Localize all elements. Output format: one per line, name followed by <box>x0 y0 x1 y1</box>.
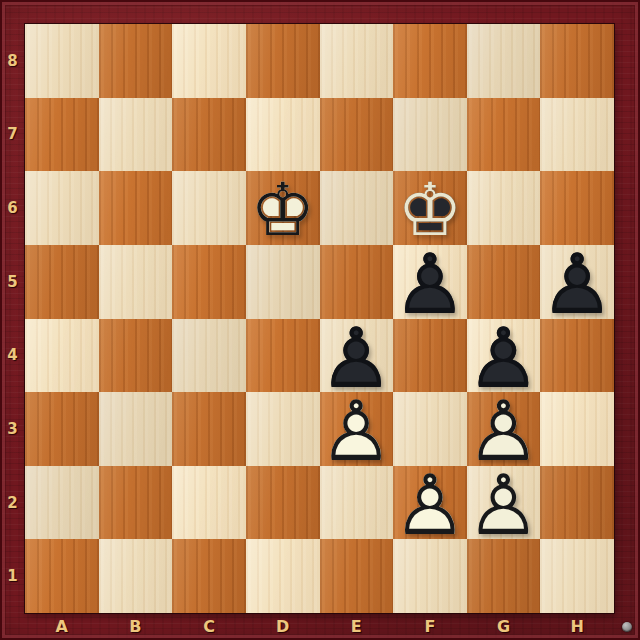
square-c2[interactable] <box>172 466 246 540</box>
square-d8[interactable] <box>246 24 320 98</box>
black-pawn-g4[interactable]: ♟♙ <box>467 319 541 393</box>
square-a3[interactable] <box>25 392 99 466</box>
square-b6[interactable] <box>99 171 173 245</box>
square-f1[interactable] <box>393 539 467 613</box>
square-c8[interactable] <box>172 24 246 98</box>
piece-glyph-fill: ♟ <box>467 395 541 469</box>
rank-label-5: 5 <box>0 245 25 319</box>
square-h3[interactable] <box>540 392 614 466</box>
square-f5[interactable]: ♟♙ <box>393 245 467 319</box>
square-c1[interactable] <box>172 539 246 613</box>
black-king-f6[interactable]: ♚♔ <box>393 171 467 245</box>
square-g3[interactable]: ♟♙ <box>467 392 541 466</box>
square-e6[interactable] <box>320 171 394 245</box>
piece-glyph-outline: ♔ <box>393 172 467 246</box>
square-g6[interactable] <box>467 171 541 245</box>
square-a6[interactable] <box>25 171 99 245</box>
rank-label-6: 6 <box>0 171 25 245</box>
square-g7[interactable] <box>467 98 541 172</box>
square-d1[interactable] <box>246 539 320 613</box>
square-a4[interactable] <box>25 319 99 393</box>
square-f7[interactable] <box>393 98 467 172</box>
square-g4[interactable]: ♟♙ <box>467 319 541 393</box>
black-pawn-f5[interactable]: ♟♙ <box>393 245 467 319</box>
square-a5[interactable] <box>25 245 99 319</box>
square-g8[interactable] <box>467 24 541 98</box>
white-pawn-g2[interactable]: ♟♙ <box>467 466 541 540</box>
chess-board: ♚♔♚♔♟♙♟♙♟♙♟♙♟♙♟♙♟♙♟♙ <box>25 24 614 613</box>
square-b8[interactable] <box>99 24 173 98</box>
square-e2[interactable] <box>320 466 394 540</box>
rank-label-3: 3 <box>0 392 25 466</box>
square-e8[interactable] <box>320 24 394 98</box>
piece-glyph-outline: ♙ <box>467 469 541 543</box>
square-e4[interactable]: ♟♙ <box>320 319 394 393</box>
square-c7[interactable] <box>172 98 246 172</box>
square-d3[interactable] <box>246 392 320 466</box>
piece-glyph-outline: ♙ <box>320 322 394 396</box>
square-b7[interactable] <box>99 98 173 172</box>
file-label-h: H <box>540 617 614 636</box>
square-h6[interactable] <box>540 171 614 245</box>
piece-glyph-fill: ♟ <box>540 248 614 322</box>
square-h5[interactable]: ♟♙ <box>540 245 614 319</box>
square-b3[interactable] <box>99 392 173 466</box>
file-label-g: G <box>467 617 541 636</box>
square-a2[interactable] <box>25 466 99 540</box>
square-f8[interactable] <box>393 24 467 98</box>
white-pawn-e3[interactable]: ♟♙ <box>320 392 394 466</box>
piece-glyph-fill: ♟ <box>393 469 467 543</box>
piece-glyph-outline: ♙ <box>467 322 541 396</box>
piece-glyph-fill: ♚ <box>246 172 320 246</box>
piece-glyph-outline: ♙ <box>540 248 614 322</box>
file-label-c: C <box>172 617 246 636</box>
rank-label-4: 4 <box>0 319 25 393</box>
square-b5[interactable] <box>99 245 173 319</box>
file-label-d: D <box>246 617 320 636</box>
piece-glyph-fill: ♟ <box>467 469 541 543</box>
white-king-d6[interactable]: ♚♔ <box>246 171 320 245</box>
piece-glyph-outline: ♙ <box>393 469 467 543</box>
square-h4[interactable] <box>540 319 614 393</box>
piece-glyph-fill: ♟ <box>393 248 467 322</box>
square-a8[interactable] <box>25 24 99 98</box>
square-d4[interactable] <box>246 319 320 393</box>
board-frame: ♚♔♚♔♟♙♟♙♟♙♟♙♟♙♟♙♟♙♟♙ 87654321 ABCDEFGH <box>0 0 640 640</box>
square-g5[interactable] <box>467 245 541 319</box>
square-f4[interactable] <box>393 319 467 393</box>
piece-glyph-outline: ♙ <box>320 395 394 469</box>
rank-label-7: 7 <box>0 98 25 172</box>
square-e3[interactable]: ♟♙ <box>320 392 394 466</box>
square-a7[interactable] <box>25 98 99 172</box>
black-pawn-h5[interactable]: ♟♙ <box>540 245 614 319</box>
square-h2[interactable] <box>540 466 614 540</box>
square-d5[interactable] <box>246 245 320 319</box>
rank-label-1: 1 <box>0 539 25 613</box>
rank-label-8: 8 <box>0 24 25 98</box>
square-c4[interactable] <box>172 319 246 393</box>
square-c3[interactable] <box>172 392 246 466</box>
square-g1[interactable] <box>467 539 541 613</box>
square-f3[interactable] <box>393 392 467 466</box>
square-h1[interactable] <box>540 539 614 613</box>
rank-labels: 87654321 <box>0 24 25 613</box>
file-label-f: F <box>393 617 467 636</box>
square-e5[interactable] <box>320 245 394 319</box>
piece-glyph-outline: ♔ <box>246 172 320 246</box>
piece-glyph-outline: ♙ <box>467 395 541 469</box>
square-b4[interactable] <box>99 319 173 393</box>
square-g2[interactable]: ♟♙ <box>467 466 541 540</box>
square-d7[interactable] <box>246 98 320 172</box>
square-e1[interactable] <box>320 539 394 613</box>
file-label-e: E <box>320 617 394 636</box>
piece-glyph-fill: ♟ <box>467 322 541 396</box>
piece-glyph-fill: ♟ <box>320 322 394 396</box>
square-d2[interactable] <box>246 466 320 540</box>
square-f6[interactable]: ♚♔ <box>393 171 467 245</box>
black-pawn-e4[interactable]: ♟♙ <box>320 319 394 393</box>
square-e7[interactable] <box>320 98 394 172</box>
piece-glyph-fill: ♚ <box>393 172 467 246</box>
square-c5[interactable] <box>172 245 246 319</box>
piece-glyph-fill: ♟ <box>320 395 394 469</box>
square-c6[interactable] <box>172 171 246 245</box>
file-label-b: B <box>99 617 173 636</box>
piece-glyph-outline: ♙ <box>393 248 467 322</box>
square-f2[interactable]: ♟♙ <box>393 466 467 540</box>
file-labels: ABCDEFGH <box>25 613 614 640</box>
file-label-a: A <box>25 617 99 636</box>
rank-label-2: 2 <box>0 466 25 540</box>
square-h8[interactable] <box>540 24 614 98</box>
square-b1[interactable] <box>99 539 173 613</box>
white-pawn-f2[interactable]: ♟♙ <box>393 466 467 540</box>
corner-pin-icon <box>622 622 632 632</box>
square-b2[interactable] <box>99 466 173 540</box>
square-h7[interactable] <box>540 98 614 172</box>
square-a1[interactable] <box>25 539 99 613</box>
white-pawn-g3[interactable]: ♟♙ <box>467 392 541 466</box>
square-d6[interactable]: ♚♔ <box>246 171 320 245</box>
